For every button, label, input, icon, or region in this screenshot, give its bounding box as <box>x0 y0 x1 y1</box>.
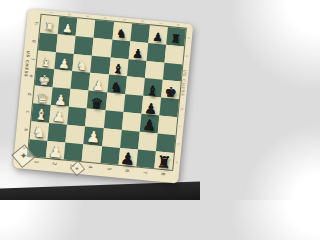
square-c6[interactable] <box>121 112 141 131</box>
square-c5[interactable] <box>103 110 123 129</box>
chess-mat: ♜♟♝♟♞♚♟♛♟♝♟♞♟♟♜♜♚♛♝♝♞♞♟♟♟♟♟ 112233445566… <box>13 8 194 183</box>
square-c3[interactable] <box>67 107 87 126</box>
square-h6[interactable] <box>130 23 150 42</box>
rank-label-top-3: 3 <box>85 15 89 18</box>
piece-white-pawn-c2[interactable]: ♟ <box>52 109 67 125</box>
square-b7[interactable] <box>138 131 158 150</box>
rank-label-bottom-4: 4 <box>88 165 93 169</box>
square-b2[interactable] <box>48 123 68 142</box>
brand-text-right: US CHESS <box>180 69 188 96</box>
square-b8[interactable] <box>156 133 176 152</box>
file-label-right-b: b <box>175 143 179 146</box>
piece-black-rook-h8[interactable]: ♜ <box>170 34 181 46</box>
file-label-left-g: g <box>31 39 36 42</box>
piece-white-pawn-h2[interactable]: ♟ <box>62 23 73 35</box>
file-label-left-c: c <box>24 110 29 113</box>
file-label-left-b: b <box>23 128 28 131</box>
square-a3[interactable] <box>64 142 84 161</box>
square-g3[interactable] <box>74 36 94 55</box>
piece-black-pawn-a6[interactable]: ♟ <box>120 150 136 167</box>
square-d8[interactable] <box>159 98 179 117</box>
rank-label-top-2: 2 <box>67 13 71 16</box>
rank-label-top-6: 6 <box>139 20 143 23</box>
square-g2[interactable] <box>56 34 76 53</box>
rank-label-bottom-5: 5 <box>106 167 111 171</box>
square-c8[interactable] <box>158 115 178 134</box>
rank-label-top-7: 7 <box>157 22 161 25</box>
piece-white-pawn-d2[interactable]: ♟ <box>54 92 68 107</box>
piece-black-bishop-e7[interactable]: ♝ <box>146 83 159 98</box>
us-chess-logo-bottom: ✦ <box>70 160 85 175</box>
piece-black-pawn-h7[interactable]: ♟ <box>152 32 163 44</box>
square-g8[interactable] <box>164 45 184 64</box>
square-d3[interactable] <box>69 89 89 108</box>
file-label-right-c: c <box>177 125 181 127</box>
piece-black-pawn-g6[interactable]: ♟ <box>132 47 144 60</box>
square-h4[interactable] <box>94 20 114 39</box>
square-g1[interactable] <box>38 32 58 51</box>
piece-black-knight-e5[interactable]: ♞ <box>110 80 123 95</box>
square-b5[interactable] <box>102 128 122 147</box>
piece-black-knight-h5[interactable]: ♞ <box>116 28 127 40</box>
rank-label-bottom-1: 1 <box>34 160 39 164</box>
table-edge <box>0 181 200 200</box>
file-label-left-h: h <box>33 21 38 24</box>
square-f8[interactable] <box>163 62 183 81</box>
piece-black-queen-d4[interactable]: ♛ <box>90 95 104 110</box>
piece-white-pawn-f2[interactable]: ♟ <box>58 58 71 72</box>
piece-black-king-e8[interactable]: ♚ <box>164 85 177 100</box>
file-label-right-a: a <box>174 161 178 163</box>
square-a7[interactable] <box>136 149 156 168</box>
square-f7[interactable] <box>145 61 165 80</box>
piece-black-pawn-d7[interactable]: ♟ <box>144 101 158 116</box>
piece-white-bishop-c1[interactable]: ♝ <box>34 107 49 123</box>
rank-label-bottom-8: 8 <box>160 172 165 176</box>
piece-white-rook-h1[interactable]: ♜ <box>44 21 55 33</box>
piece-black-pawn-c7[interactable]: ♟ <box>142 118 157 134</box>
piece-black-bishop-f5[interactable]: ♝ <box>112 63 125 77</box>
square-g7[interactable] <box>146 43 166 62</box>
rank-label-bottom-7: 7 <box>142 170 147 174</box>
square-d5[interactable] <box>105 93 125 112</box>
rank-label-top-4: 4 <box>103 17 107 20</box>
square-f4[interactable] <box>91 55 111 74</box>
piece-white-bishop-f1[interactable]: ♝ <box>40 56 53 70</box>
piece-white-queen-d1[interactable]: ♛ <box>36 90 50 105</box>
rank-label-bottom-2: 2 <box>52 161 57 165</box>
piece-white-knight-f3[interactable]: ♞ <box>76 59 89 73</box>
file-label-right-g: g <box>184 54 188 57</box>
square-g5[interactable] <box>110 39 130 58</box>
star-icon: ✦ <box>19 151 27 161</box>
square-e6[interactable] <box>125 77 145 96</box>
rank-label-top-5: 5 <box>121 19 125 22</box>
piece-white-knight-b1[interactable]: ♞ <box>32 125 47 142</box>
square-b3[interactable] <box>66 124 86 143</box>
piece-white-pawn-a2[interactable]: ♟ <box>48 143 64 160</box>
square-e2[interactable] <box>53 70 73 89</box>
rank-label-top-8: 8 <box>175 24 179 27</box>
rank-label-top-1: 1 <box>49 12 53 15</box>
file-label-left-d: d <box>26 92 31 95</box>
piece-white-pawn-e4[interactable]: ♟ <box>92 78 105 93</box>
file-label-right-d: d <box>179 107 183 110</box>
piece-white-king-e1[interactable]: ♚ <box>38 73 51 88</box>
star-icon: ✦ <box>75 165 81 171</box>
square-e3[interactable] <box>71 71 91 90</box>
square-f6[interactable] <box>127 59 147 78</box>
square-g4[interactable] <box>92 38 112 57</box>
photo-backdrop: { "game": "chess", "board_type": "vinyl … <box>0 0 200 200</box>
square-b6[interactable] <box>120 130 140 149</box>
square-h3[interactable] <box>76 18 96 37</box>
piece-white-pawn-b4[interactable]: ♟ <box>86 130 101 147</box>
square-a5[interactable] <box>100 146 120 165</box>
square-d6[interactable] <box>123 94 143 113</box>
piece-black-rook-a8[interactable]: ♜ <box>156 154 172 171</box>
file-label-right-h: h <box>186 36 190 39</box>
rank-label-bottom-6: 6 <box>124 168 129 172</box>
